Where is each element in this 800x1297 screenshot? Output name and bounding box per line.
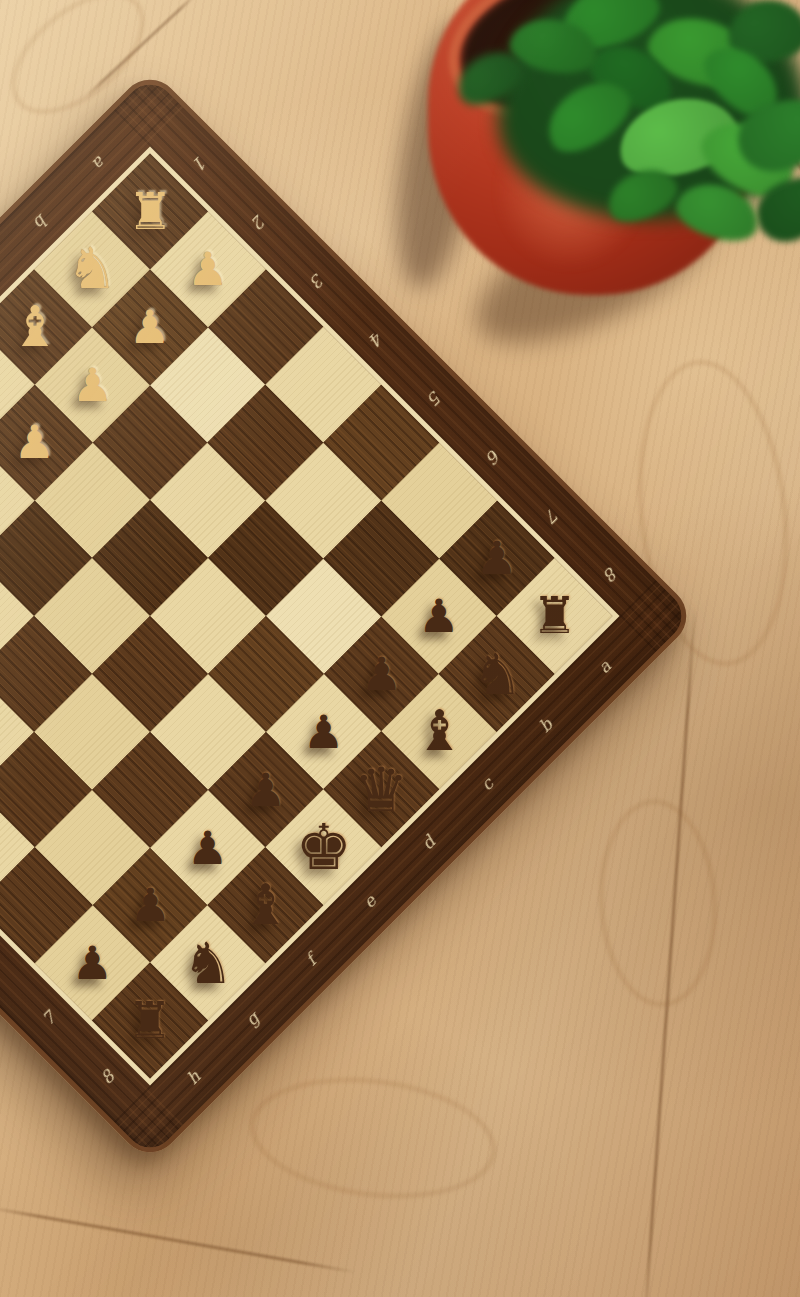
piece-white-bishop-c1[interactable]: ♝	[9, 299, 59, 355]
piece-black-rook-a8[interactable]: ♜	[532, 590, 578, 641]
piece-black-pawn-h7[interactable]: ♟	[72, 940, 113, 986]
piece-black-pawn-d7[interactable]: ♟	[303, 709, 344, 755]
piece-white-queen-d1[interactable]: ♛	[0, 354, 4, 415]
piece-white-pawn-c2[interactable]: ♟	[72, 362, 113, 408]
piece-black-pawn-c7[interactable]: ♟	[361, 651, 402, 697]
piece-black-pawn-f7[interactable]: ♟	[187, 824, 228, 870]
piece-black-pawn-b7[interactable]: ♟	[418, 593, 459, 639]
piece-white-knight-b1[interactable]: ♞	[67, 241, 118, 298]
piece-black-pawn-a7[interactable]: ♟	[476, 535, 517, 581]
piece-black-pawn-e7[interactable]: ♟	[245, 766, 286, 812]
piece-black-bishop-f8[interactable]: ♝	[241, 877, 291, 933]
piece-black-rook-h8[interactable]: ♜	[127, 995, 173, 1046]
piece-black-knight-b8[interactable]: ♞	[471, 645, 522, 702]
piece-white-pawn-d2[interactable]: ♟	[14, 420, 55, 466]
piece-black-pawn-g7[interactable]: ♟	[129, 882, 170, 928]
piece-white-pawn-a2[interactable]: ♟	[187, 246, 228, 292]
piece-white-pawn-b2[interactable]: ♟	[129, 304, 170, 350]
piece-black-bishop-c8[interactable]: ♝	[414, 704, 464, 760]
piece-white-rook-a1[interactable]: ♜	[127, 186, 173, 237]
piece-black-knight-g8[interactable]: ♞	[182, 934, 233, 991]
